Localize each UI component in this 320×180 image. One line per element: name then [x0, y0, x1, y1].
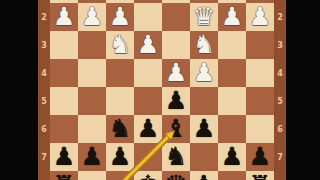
- square-a8[interactable]: ♜: [246, 171, 274, 180]
- square-f4[interactable]: [106, 59, 134, 87]
- square-f7[interactable]: ♟: [106, 143, 134, 171]
- piece-white-pawn: ♟: [193, 59, 215, 87]
- piece-black-pawn: ♟: [193, 115, 215, 143]
- square-e7[interactable]: [134, 143, 162, 171]
- piece-white-pawn: ♟: [165, 59, 187, 87]
- square-h6[interactable]: [50, 115, 78, 143]
- piece-black-bishop: ♝: [165, 115, 187, 143]
- piece-black-pawn: ♟: [249, 143, 271, 171]
- piece-black-queen: ♛: [165, 171, 187, 180]
- rank-label-left-3: 3: [38, 31, 50, 59]
- square-b6[interactable]: [218, 115, 246, 143]
- piece-black-rook: ♜: [249, 171, 271, 180]
- square-g2[interactable]: ♟: [78, 3, 106, 31]
- square-g3[interactable]: [78, 31, 106, 59]
- square-a3[interactable]: [246, 31, 274, 59]
- board: ♜♝♚♝♜♟♟♟♛♟♟♞♟♞♟♟♟♞♟♝♟♟♟♟♞♟♟♜♚♛♝♜: [50, 0, 274, 180]
- piece-black-pawn: ♟: [137, 115, 159, 143]
- rank-label-left-2: 2: [38, 3, 50, 31]
- piece-white-pawn: ♟: [81, 3, 103, 31]
- piece-black-king: ♚: [137, 171, 159, 180]
- square-f5[interactable]: [106, 87, 134, 115]
- square-d8[interactable]: ♛: [162, 171, 190, 180]
- rank-label-right-3: 3: [274, 31, 286, 59]
- rank-label-left-7: 7: [38, 143, 50, 171]
- square-b2[interactable]: ♟: [218, 3, 246, 31]
- square-f3[interactable]: ♞: [106, 31, 134, 59]
- rank-label-left-5: 5: [38, 87, 50, 115]
- rank-label-right-6: 6: [274, 115, 286, 143]
- rank-label-left-8: 8: [38, 171, 50, 180]
- square-f6[interactable]: ♞: [106, 115, 134, 143]
- square-a7[interactable]: ♟: [246, 143, 274, 171]
- rank-label-right-2: 2: [274, 3, 286, 31]
- rank-label-right-8: 8: [274, 171, 286, 180]
- square-f2[interactable]: ♟: [106, 3, 134, 31]
- square-b5[interactable]: [218, 87, 246, 115]
- square-c4[interactable]: ♟: [190, 59, 218, 87]
- piece-black-pawn: ♟: [109, 143, 131, 171]
- square-c8[interactable]: ♝: [190, 171, 218, 180]
- rank-labels-right: 12345678: [274, 0, 286, 180]
- square-d3[interactable]: [162, 31, 190, 59]
- square-e6[interactable]: ♟: [134, 115, 162, 143]
- square-d5[interactable]: ♟: [162, 87, 190, 115]
- square-a5[interactable]: [246, 87, 274, 115]
- square-d7[interactable]: ♞: [162, 143, 190, 171]
- square-h8[interactable]: ♜: [50, 171, 78, 180]
- piece-white-knight: ♞: [109, 31, 131, 59]
- square-h4[interactable]: [50, 59, 78, 87]
- square-g7[interactable]: ♟: [78, 143, 106, 171]
- chess-video-frame: 12345678 ♜♝♚♝♜♟♟♟♛♟♟♞♟♞♟♟♟♞♟♝♟♟♟♟♞♟♟♜♚♛♝…: [0, 0, 320, 180]
- piece-black-knight: ♞: [109, 115, 131, 143]
- square-g8[interactable]: [78, 171, 106, 180]
- square-g5[interactable]: [78, 87, 106, 115]
- piece-white-pawn: ♟: [109, 3, 131, 31]
- piece-white-pawn: ♟: [53, 3, 75, 31]
- square-h3[interactable]: [50, 31, 78, 59]
- piece-black-knight: ♞: [165, 143, 187, 171]
- square-d2[interactable]: [162, 3, 190, 31]
- square-b3[interactable]: [218, 31, 246, 59]
- square-g4[interactable]: [78, 59, 106, 87]
- square-c7[interactable]: [190, 143, 218, 171]
- square-b8[interactable]: [218, 171, 246, 180]
- square-c3[interactable]: ♞: [190, 31, 218, 59]
- square-b7[interactable]: ♟: [218, 143, 246, 171]
- square-h2[interactable]: ♟: [50, 3, 78, 31]
- square-a4[interactable]: [246, 59, 274, 87]
- square-d6[interactable]: ♝: [162, 115, 190, 143]
- square-b4[interactable]: [218, 59, 246, 87]
- rank-label-left-6: 6: [38, 115, 50, 143]
- square-c6[interactable]: ♟: [190, 115, 218, 143]
- square-d4[interactable]: ♟: [162, 59, 190, 87]
- piece-black-rook: ♜: [53, 171, 75, 180]
- rank-label-right-5: 5: [274, 87, 286, 115]
- piece-black-bishop: ♝: [193, 171, 215, 180]
- square-e5[interactable]: [134, 87, 162, 115]
- piece-black-pawn: ♟: [165, 87, 187, 115]
- piece-white-pawn: ♟: [137, 31, 159, 59]
- piece-white-queen: ♛: [193, 3, 215, 31]
- rank-label-right-4: 4: [274, 59, 286, 87]
- square-a6[interactable]: [246, 115, 274, 143]
- piece-black-pawn: ♟: [221, 143, 243, 171]
- square-f8[interactable]: [106, 171, 134, 180]
- piece-black-pawn: ♟: [53, 143, 75, 171]
- piece-white-pawn: ♟: [221, 3, 243, 31]
- square-c5[interactable]: [190, 87, 218, 115]
- square-a2[interactable]: ♟: [246, 3, 274, 31]
- square-e2[interactable]: [134, 3, 162, 31]
- piece-white-knight: ♞: [193, 31, 215, 59]
- square-h5[interactable]: [50, 87, 78, 115]
- rank-label-right-7: 7: [274, 143, 286, 171]
- square-e3[interactable]: ♟: [134, 31, 162, 59]
- square-g6[interactable]: [78, 115, 106, 143]
- square-c2[interactable]: ♛: [190, 3, 218, 31]
- piece-white-pawn: ♟: [249, 3, 271, 31]
- square-e4[interactable]: [134, 59, 162, 87]
- rank-label-left-4: 4: [38, 59, 50, 87]
- square-h7[interactable]: ♟: [50, 143, 78, 171]
- square-e8[interactable]: ♚: [134, 171, 162, 180]
- rank-labels-left: 12345678: [38, 0, 50, 180]
- piece-black-pawn: ♟: [81, 143, 103, 171]
